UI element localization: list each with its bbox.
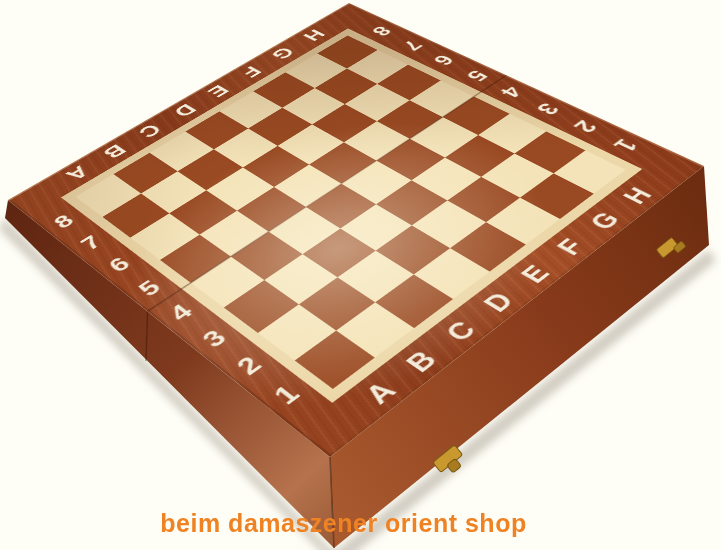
caption-text: beim damaszener orient shop — [0, 509, 704, 538]
chess-board: ABCDEFGHABCDEFGH8765432187654321 — [8, 3, 704, 457]
brass-latch — [656, 234, 686, 262]
side-fold-seam — [146, 312, 148, 361]
product-photo: ABCDEFGHABCDEFGH8765432187654321 beim da… — [0, 0, 721, 550]
brass-latch — [433, 445, 468, 479]
